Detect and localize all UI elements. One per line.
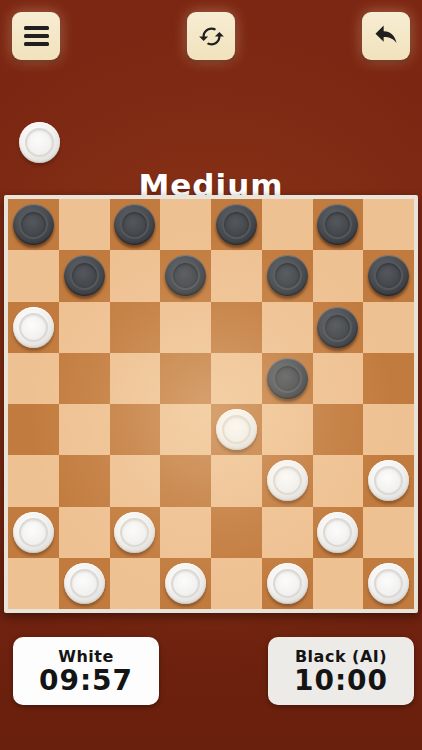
square-r8c4[interactable] xyxy=(160,558,211,609)
square-r8c2[interactable] xyxy=(59,558,110,609)
square-r6c2[interactable] xyxy=(59,455,110,506)
square-r6c5 xyxy=(211,455,262,506)
black-checker[interactable] xyxy=(64,255,105,296)
square-r5c1[interactable] xyxy=(8,404,59,455)
toolbar xyxy=(0,12,422,60)
square-r7c1[interactable] xyxy=(8,507,59,558)
square-r5c8 xyxy=(363,404,414,455)
square-r2c3 xyxy=(110,250,161,301)
square-r8c1 xyxy=(8,558,59,609)
square-r4c7 xyxy=(313,353,364,404)
black-checker[interactable] xyxy=(317,307,358,348)
square-r7c3[interactable] xyxy=(110,507,161,558)
square-r6c1 xyxy=(8,455,59,506)
square-r4c3 xyxy=(110,353,161,404)
square-r7c7[interactable] xyxy=(313,507,364,558)
square-r3c2 xyxy=(59,302,110,353)
square-r2c1 xyxy=(8,250,59,301)
square-r3c7[interactable] xyxy=(313,302,364,353)
white-checker[interactable] xyxy=(13,307,54,348)
checkers-app: Medium White 09:57 Black (AI) 10:00 xyxy=(0,0,422,750)
white-checker[interactable] xyxy=(267,460,308,501)
square-r8c8[interactable] xyxy=(363,558,414,609)
square-r7c4 xyxy=(160,507,211,558)
white-checker[interactable] xyxy=(216,409,257,450)
square-r3c1[interactable] xyxy=(8,302,59,353)
square-r5c3[interactable] xyxy=(110,404,161,455)
undo-button[interactable] xyxy=(362,12,410,60)
white-clock-time: 09:57 xyxy=(39,666,133,695)
square-r4c6[interactable] xyxy=(262,353,313,404)
white-clock: White 09:57 xyxy=(13,637,159,705)
square-r7c8 xyxy=(363,507,414,558)
white-clock-label: White xyxy=(58,647,114,666)
refresh-icon xyxy=(198,23,225,50)
black-checker[interactable] xyxy=(267,358,308,399)
white-checker[interactable] xyxy=(368,563,409,604)
square-r1c1[interactable] xyxy=(8,199,59,250)
header: Medium xyxy=(0,120,422,168)
square-r6c7 xyxy=(313,455,364,506)
square-r4c2[interactable] xyxy=(59,353,110,404)
square-r1c5[interactable] xyxy=(211,199,262,250)
square-r1c2 xyxy=(59,199,110,250)
square-r3c6 xyxy=(262,302,313,353)
square-r3c8 xyxy=(363,302,414,353)
white-checker[interactable] xyxy=(368,460,409,501)
square-r6c3 xyxy=(110,455,161,506)
square-r2c6[interactable] xyxy=(262,250,313,301)
white-checker[interactable] xyxy=(267,563,308,604)
square-r5c4 xyxy=(160,404,211,455)
white-checker[interactable] xyxy=(64,563,105,604)
square-r7c6 xyxy=(262,507,313,558)
undo-icon xyxy=(372,22,400,50)
restart-button[interactable] xyxy=(187,12,235,60)
menu-icon xyxy=(24,26,49,46)
square-r2c4[interactable] xyxy=(160,250,211,301)
black-checker[interactable] xyxy=(368,255,409,296)
square-r4c4[interactable] xyxy=(160,353,211,404)
square-r3c5[interactable] xyxy=(211,302,262,353)
black-clock-label: Black (AI) xyxy=(295,647,387,666)
square-r4c5 xyxy=(211,353,262,404)
square-r5c2 xyxy=(59,404,110,455)
square-r8c6[interactable] xyxy=(262,558,313,609)
white-checker[interactable] xyxy=(114,512,155,553)
white-checker[interactable] xyxy=(13,512,54,553)
square-r7c2 xyxy=(59,507,110,558)
square-r2c8[interactable] xyxy=(363,250,414,301)
square-r6c4[interactable] xyxy=(160,455,211,506)
square-r4c1 xyxy=(8,353,59,404)
black-clock: Black (AI) 10:00 xyxy=(268,637,414,705)
square-r8c3 xyxy=(110,558,161,609)
black-checker[interactable] xyxy=(13,204,54,245)
turn-indicator-white-checker xyxy=(19,122,60,163)
square-r5c7[interactable] xyxy=(313,404,364,455)
square-r6c6[interactable] xyxy=(262,455,313,506)
black-checker[interactable] xyxy=(114,204,155,245)
square-r1c8 xyxy=(363,199,414,250)
square-r5c6 xyxy=(262,404,313,455)
clocks-row: White 09:57 Black (AI) 10:00 xyxy=(0,637,422,705)
white-checker[interactable] xyxy=(165,563,206,604)
square-r7c5[interactable] xyxy=(211,507,262,558)
square-r2c2[interactable] xyxy=(59,250,110,301)
square-r2c7 xyxy=(313,250,364,301)
square-r2c5 xyxy=(211,250,262,301)
black-checker[interactable] xyxy=(317,204,358,245)
square-r1c4 xyxy=(160,199,211,250)
square-r6c8[interactable] xyxy=(363,455,414,506)
square-r3c3[interactable] xyxy=(110,302,161,353)
black-checker[interactable] xyxy=(267,255,308,296)
white-checker[interactable] xyxy=(317,512,358,553)
black-clock-time: 10:00 xyxy=(294,666,388,695)
square-r1c7[interactable] xyxy=(313,199,364,250)
square-r4c8[interactable] xyxy=(363,353,414,404)
square-r5c5[interactable] xyxy=(211,404,262,455)
square-r8c7 xyxy=(313,558,364,609)
square-r3c4 xyxy=(160,302,211,353)
black-checker[interactable] xyxy=(165,255,206,296)
square-r8c5 xyxy=(211,558,262,609)
black-checker[interactable] xyxy=(216,204,257,245)
square-r1c3[interactable] xyxy=(110,199,161,250)
checkers-board xyxy=(4,195,418,613)
square-r1c6 xyxy=(262,199,313,250)
menu-button[interactable] xyxy=(12,12,60,60)
